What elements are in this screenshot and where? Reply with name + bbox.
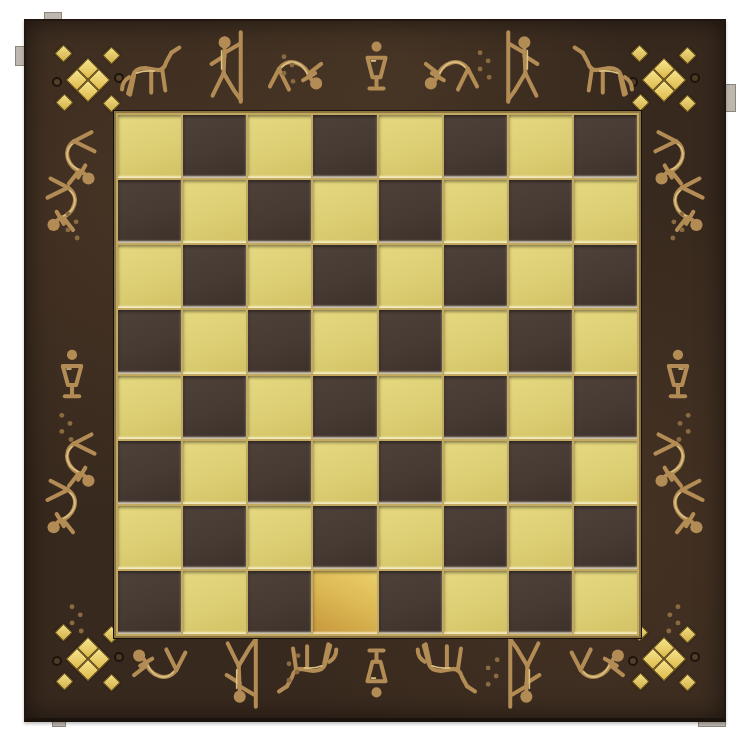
square-b3[interactable] — [183, 441, 246, 504]
square-b5[interactable] — [183, 310, 246, 373]
square-d6[interactable] — [313, 245, 376, 308]
square-a6[interactable] — [118, 245, 181, 308]
square-c1[interactable] — [248, 571, 311, 634]
left-frieze-relief — [27, 109, 115, 636]
square-e8[interactable] — [379, 115, 442, 178]
square-a3[interactable] — [118, 441, 181, 504]
square-e2[interactable] — [379, 506, 442, 569]
square-d7[interactable] — [313, 180, 376, 243]
square-d3[interactable] — [313, 441, 376, 504]
square-d8[interactable] — [313, 115, 376, 178]
square-f5[interactable] — [444, 310, 507, 373]
square-e6[interactable] — [379, 245, 442, 308]
square-a4[interactable] — [118, 376, 181, 439]
top-frieze-relief — [114, 22, 640, 110]
square-f8[interactable] — [444, 115, 507, 178]
square-f4[interactable] — [444, 376, 507, 439]
square-b7[interactable] — [183, 180, 246, 243]
square-h6[interactable] — [574, 245, 637, 308]
square-g6[interactable] — [509, 245, 572, 308]
greek-figures-relief-icon — [114, 629, 640, 717]
square-h2[interactable] — [574, 506, 637, 569]
square-a2[interactable] — [118, 506, 181, 569]
square-c5[interactable] — [248, 310, 311, 373]
square-h8[interactable] — [574, 115, 637, 178]
square-h1[interactable] — [574, 571, 637, 634]
square-e1[interactable] — [379, 571, 442, 634]
square-b4[interactable] — [183, 376, 246, 439]
square-f6[interactable] — [444, 245, 507, 308]
square-c6[interactable] — [248, 245, 311, 308]
square-e4[interactable] — [379, 376, 442, 439]
square-g3[interactable] — [509, 441, 572, 504]
greek-figures-relief-icon — [635, 109, 723, 636]
right-frieze-relief — [635, 109, 723, 636]
greek-figures-relief-icon — [114, 22, 640, 110]
square-f2[interactable] — [444, 506, 507, 569]
square-a1[interactable] — [118, 571, 181, 634]
square-b6[interactable] — [183, 245, 246, 308]
square-f3[interactable] — [444, 441, 507, 504]
square-g4[interactable] — [509, 376, 572, 439]
square-g5[interactable] — [509, 310, 572, 373]
square-a5[interactable] — [118, 310, 181, 373]
square-c8[interactable] — [248, 115, 311, 178]
square-d4[interactable] — [313, 376, 376, 439]
square-h5[interactable] — [574, 310, 637, 373]
square-a8[interactable] — [118, 115, 181, 178]
square-f7[interactable] — [444, 180, 507, 243]
square-d1[interactable] — [313, 571, 376, 634]
square-e5[interactable] — [379, 310, 442, 373]
chess-board — [24, 19, 726, 722]
square-c4[interactable] — [248, 376, 311, 439]
square-a7[interactable] — [118, 180, 181, 243]
bottom-frieze-relief — [114, 629, 640, 717]
square-b8[interactable] — [183, 115, 246, 178]
square-h3[interactable] — [574, 441, 637, 504]
square-e3[interactable] — [379, 441, 442, 504]
square-d2[interactable] — [313, 506, 376, 569]
square-g7[interactable] — [509, 180, 572, 243]
square-f1[interactable] — [444, 571, 507, 634]
square-g1[interactable] — [509, 571, 572, 634]
square-c7[interactable] — [248, 180, 311, 243]
square-g2[interactable] — [509, 506, 572, 569]
square-d5[interactable] — [313, 310, 376, 373]
greek-figures-relief-icon — [27, 109, 115, 636]
square-e7[interactable] — [379, 180, 442, 243]
square-g8[interactable] — [509, 115, 572, 178]
square-h7[interactable] — [574, 180, 637, 243]
square-b1[interactable] — [183, 571, 246, 634]
square-c3[interactable] — [248, 441, 311, 504]
square-h4[interactable] — [574, 376, 637, 439]
square-b2[interactable] — [183, 506, 246, 569]
playing-area — [116, 113, 639, 636]
square-c2[interactable] — [248, 506, 311, 569]
